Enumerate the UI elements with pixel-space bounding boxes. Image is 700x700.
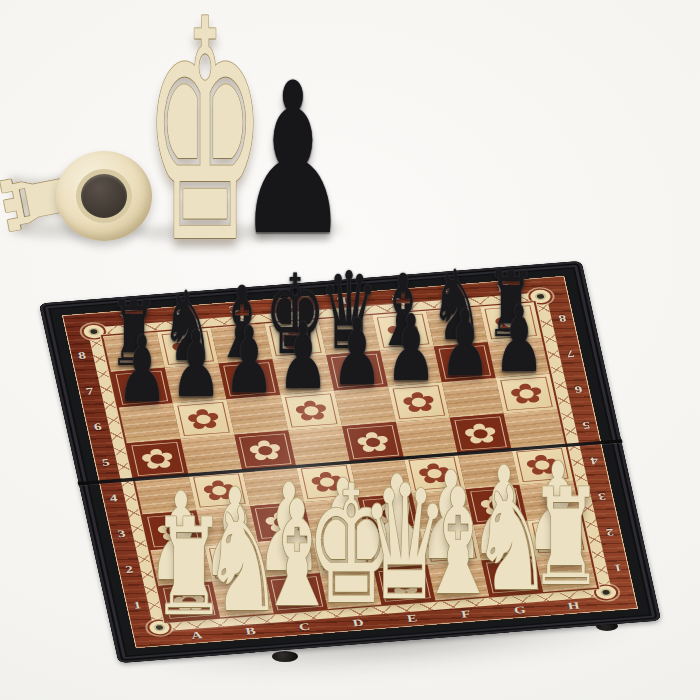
piece-base-with-magnet	[56, 151, 152, 241]
product-photo-scene: ♜ ♚ ♟ 88AA77BB66CC55DD44EE33FF22GG11HH ✿…	[0, 0, 700, 700]
magnet-disc	[76, 169, 132, 223]
black-pawn-standing: ♟	[237, 55, 349, 264]
loose-pieces-display: ♜ ♚ ♟	[0, 0, 700, 700]
